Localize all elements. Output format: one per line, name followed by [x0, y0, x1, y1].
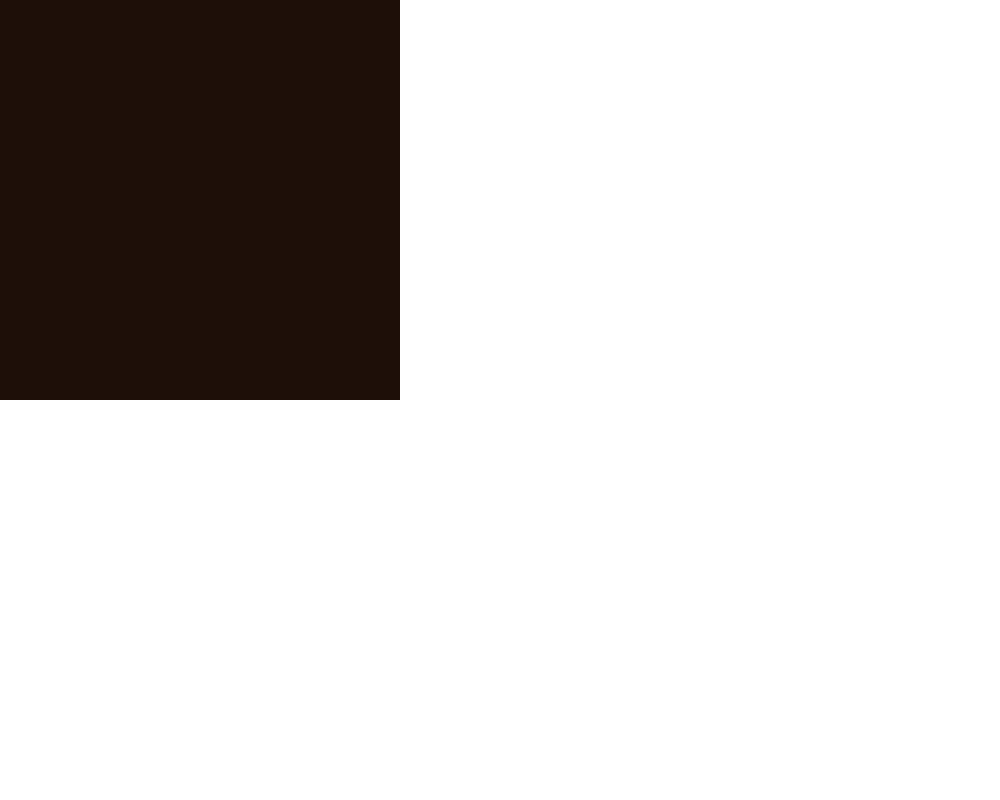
- chess-set-photo: [0, 0, 1000, 800]
- pieces-layer: [0, 0, 1000, 800]
